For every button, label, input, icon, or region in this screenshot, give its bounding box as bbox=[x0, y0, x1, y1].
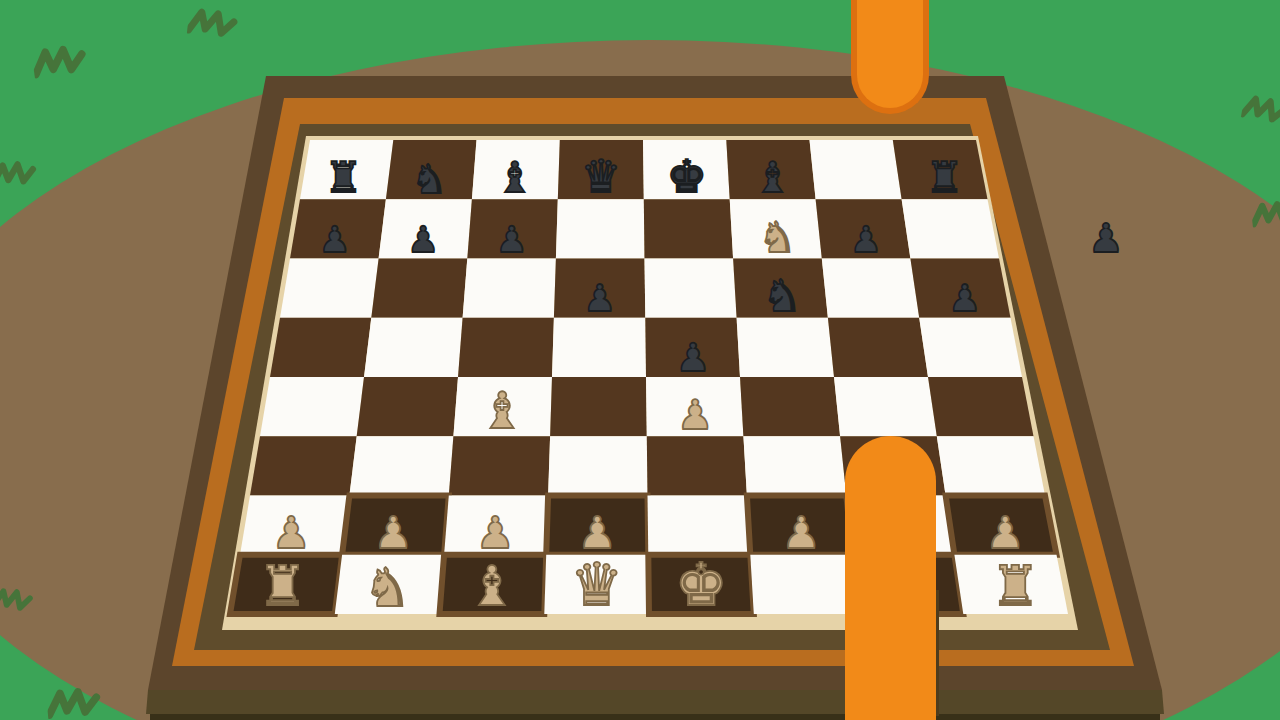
square-b4[interactable] bbox=[357, 377, 458, 436]
piece-white-pawn-d2[interactable]: ♟ bbox=[578, 511, 617, 555]
square-d4[interactable] bbox=[550, 377, 647, 436]
square-h5[interactable] bbox=[919, 318, 1022, 377]
square-a3[interactable] bbox=[250, 436, 357, 495]
square-e3[interactable] bbox=[647, 436, 747, 495]
square-g6[interactable] bbox=[822, 259, 919, 318]
square-b6[interactable] bbox=[371, 259, 467, 318]
square-d7[interactable] bbox=[556, 199, 645, 258]
piece-white-knight-f7[interactable]: ♞ bbox=[758, 216, 796, 258]
piece-white-rook-a1[interactable]: ♜ bbox=[258, 559, 307, 614]
piece-black-pawn-h6[interactable]: ♟ bbox=[948, 280, 981, 317]
piece-white-king-e1[interactable]: ♚ bbox=[675, 556, 728, 615]
piece-black-bishop-c8[interactable]: ♝ bbox=[496, 157, 534, 199]
square-e7[interactable] bbox=[644, 199, 733, 258]
square-h4[interactable] bbox=[928, 377, 1034, 436]
board-squares bbox=[230, 140, 1068, 614]
piece-black-knight-b8[interactable]: ♞ bbox=[411, 159, 447, 199]
square-f3[interactable] bbox=[743, 436, 846, 495]
square-c3[interactable] bbox=[449, 436, 550, 495]
piece-white-pawn-a2[interactable]: ♟ bbox=[272, 511, 311, 555]
piece-white-pawn-c2[interactable]: ♟ bbox=[476, 511, 515, 555]
square-c6[interactable] bbox=[463, 259, 556, 318]
square-d3[interactable] bbox=[548, 436, 647, 495]
square-g8[interactable] bbox=[810, 140, 902, 199]
square-a5[interactable] bbox=[270, 318, 371, 377]
piece-black-pawn-c7[interactable]: ♟ bbox=[496, 222, 528, 258]
square-h7[interactable] bbox=[902, 199, 999, 258]
piece-black-pawn-d6[interactable]: ♟ bbox=[583, 280, 616, 317]
captured-black-pawn[interactable]: ♟ bbox=[1088, 218, 1124, 258]
square-g4[interactable] bbox=[834, 377, 937, 436]
piece-white-pawn-b2[interactable]: ♟ bbox=[374, 511, 413, 555]
orange-finger-top bbox=[851, 0, 929, 114]
square-e6[interactable] bbox=[645, 259, 737, 318]
piece-black-pawn-g7[interactable]: ♟ bbox=[850, 222, 882, 258]
square-f5[interactable] bbox=[737, 318, 834, 377]
piece-black-rook-a8[interactable]: ♜ bbox=[324, 157, 362, 199]
piece-black-king-e8[interactable]: ♚ bbox=[666, 154, 706, 199]
square-b5[interactable] bbox=[364, 318, 463, 377]
piece-white-pawn-e4[interactable]: ♟ bbox=[677, 395, 714, 436]
orange-finger-bottom bbox=[845, 436, 936, 720]
piece-black-pawn-b7[interactable]: ♟ bbox=[407, 222, 439, 258]
square-d5[interactable] bbox=[552, 318, 646, 377]
piece-white-pawn-f2[interactable]: ♟ bbox=[781, 511, 820, 555]
scene: ♜♞♝♛♚♝♜♟♟♟♞♟♟♞♟♟♝♟♟♟♟♟♟♟♜♞♝♛♚♜ ♟ bbox=[0, 0, 1280, 720]
square-f4[interactable] bbox=[740, 377, 840, 436]
piece-white-bishop-c1[interactable]: ♝ bbox=[467, 559, 516, 614]
piece-black-knight-f6[interactable]: ♞ bbox=[762, 274, 801, 318]
piece-black-rook-h8[interactable]: ♜ bbox=[925, 157, 963, 199]
piece-white-rook-h1[interactable]: ♜ bbox=[991, 559, 1040, 614]
piece-white-knight-b1[interactable]: ♞ bbox=[364, 561, 412, 614]
piece-black-pawn-a7[interactable]: ♟ bbox=[318, 222, 350, 258]
piece-black-pawn-e5[interactable]: ♟ bbox=[675, 338, 710, 377]
piece-white-queen-d1[interactable]: ♛ bbox=[570, 556, 623, 615]
square-h3[interactable] bbox=[937, 436, 1045, 495]
chessboard bbox=[0, 0, 1280, 720]
square-a4[interactable] bbox=[260, 377, 364, 436]
square-b3[interactable] bbox=[349, 436, 453, 495]
square-f1[interactable] bbox=[750, 555, 858, 614]
piece-white-bishop-c4[interactable]: ♝ bbox=[479, 386, 524, 436]
square-a6[interactable] bbox=[280, 259, 379, 318]
square-e2[interactable] bbox=[648, 496, 751, 555]
square-g5[interactable] bbox=[828, 318, 928, 377]
piece-black-bishop-f8[interactable]: ♝ bbox=[754, 157, 792, 199]
square-c5[interactable] bbox=[458, 318, 554, 377]
piece-black-queen-d8[interactable]: ♛ bbox=[581, 154, 621, 199]
piece-white-pawn-h2[interactable]: ♟ bbox=[985, 511, 1024, 555]
